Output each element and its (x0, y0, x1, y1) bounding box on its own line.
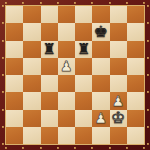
square-e4[interactable] (75, 75, 92, 92)
frame-tack (2, 40, 4, 42)
frame-tack (147, 109, 149, 111)
square-e8[interactable] (75, 6, 92, 23)
black-rook[interactable]: ♜ (77, 41, 90, 56)
square-e1[interactable] (75, 127, 92, 144)
black-rook[interactable]: ♜ (42, 41, 55, 56)
frame-tack (147, 57, 149, 59)
frame-tack (147, 143, 149, 145)
frame-tack (2, 57, 4, 59)
frame-tack (143, 147, 145, 149)
square-d2[interactable] (58, 110, 75, 127)
white-king[interactable]: ♚ (111, 110, 125, 126)
frame-tack (147, 91, 149, 93)
frame-tack (2, 22, 4, 24)
square-g3[interactable]: ♟ (110, 92, 127, 109)
square-h3[interactable] (127, 92, 144, 109)
square-d3[interactable] (58, 92, 75, 109)
square-h1[interactable] (127, 127, 144, 144)
frame-tack (147, 40, 149, 42)
black-king[interactable]: ♚ (94, 23, 108, 39)
frame-tack (109, 2, 111, 4)
frame-tack (74, 2, 76, 4)
frame-tack (57, 2, 59, 4)
square-f6[interactable] (92, 41, 109, 58)
square-c6[interactable]: ♜ (41, 41, 58, 58)
square-h6[interactable] (127, 41, 144, 58)
frame-tack (147, 22, 149, 24)
square-b3[interactable] (23, 92, 40, 109)
frame-tack (109, 147, 111, 149)
frame-tack (147, 74, 149, 76)
white-pawn[interactable]: ♟ (60, 59, 73, 73)
square-c2[interactable] (41, 110, 58, 127)
square-f7[interactable]: ♚ (92, 23, 109, 40)
frame-tack (126, 147, 128, 149)
square-c1[interactable] (41, 127, 58, 144)
frame-tack (22, 147, 24, 149)
square-a4[interactable] (6, 75, 23, 92)
square-g5[interactable] (110, 58, 127, 75)
square-d8[interactable] (58, 6, 75, 23)
frame-tack (74, 147, 76, 149)
square-f4[interactable] (92, 75, 109, 92)
square-d5[interactable]: ♟ (58, 58, 75, 75)
square-f3[interactable] (92, 92, 109, 109)
square-b8[interactable] (23, 6, 40, 23)
square-c4[interactable] (41, 75, 58, 92)
frame-tack (5, 147, 7, 149)
square-d4[interactable] (58, 75, 75, 92)
frame-tack (5, 2, 7, 4)
frame-tack (2, 74, 4, 76)
square-g1[interactable] (110, 127, 127, 144)
square-b7[interactable] (23, 23, 40, 40)
square-c3[interactable] (41, 92, 58, 109)
square-h7[interactable] (127, 23, 144, 40)
square-b5[interactable] (23, 58, 40, 75)
square-c7[interactable] (41, 23, 58, 40)
square-e6[interactable]: ♜ (75, 41, 92, 58)
square-d6[interactable] (58, 41, 75, 58)
square-e2[interactable] (75, 110, 92, 127)
square-a8[interactable] (6, 6, 23, 23)
frame-tack (40, 2, 42, 4)
frame-tack (147, 5, 149, 7)
white-pawn[interactable]: ♟ (112, 93, 125, 107)
square-b4[interactable] (23, 75, 40, 92)
square-g6[interactable] (110, 41, 127, 58)
square-f1[interactable] (92, 127, 109, 144)
frame-tack (91, 147, 93, 149)
white-pawn[interactable]: ♟ (95, 111, 108, 125)
square-b6[interactable] (23, 41, 40, 58)
square-c5[interactable] (41, 58, 58, 75)
square-b2[interactable] (23, 110, 40, 127)
square-a5[interactable] (6, 58, 23, 75)
square-f2[interactable]: ♟ (92, 110, 109, 127)
frame-tack (91, 2, 93, 4)
frame-tack (2, 109, 4, 111)
square-c8[interactable] (41, 6, 58, 23)
square-f8[interactable] (92, 6, 109, 23)
square-a2[interactable] (6, 110, 23, 127)
frame-tack (2, 143, 4, 145)
board-grid: ♚♜♜♟♟♟♚ (5, 5, 145, 145)
square-h4[interactable] (127, 75, 144, 92)
square-e7[interactable] (75, 23, 92, 40)
square-a1[interactable] (6, 127, 23, 144)
square-d1[interactable] (58, 127, 75, 144)
square-h8[interactable] (127, 6, 144, 23)
square-g4[interactable] (110, 75, 127, 92)
frame-tack (57, 147, 59, 149)
square-g2[interactable]: ♚ (110, 110, 127, 127)
square-a6[interactable] (6, 41, 23, 58)
square-e5[interactable] (75, 58, 92, 75)
square-g8[interactable] (110, 6, 127, 23)
square-d7[interactable] (58, 23, 75, 40)
square-h5[interactable] (127, 58, 144, 75)
square-h2[interactable] (127, 110, 144, 127)
chessboard: ♚♜♜♟♟♟♚ (0, 0, 150, 150)
frame-tack (2, 91, 4, 93)
frame-tack (40, 147, 42, 149)
frame-tack (147, 126, 149, 128)
square-f5[interactable] (92, 58, 109, 75)
square-g7[interactable] (110, 23, 127, 40)
square-a7[interactable] (6, 23, 23, 40)
square-b1[interactable] (23, 127, 40, 144)
frame-tack (22, 2, 24, 4)
frame-tack (143, 2, 145, 4)
frame-tack (126, 2, 128, 4)
square-a3[interactable] (6, 92, 23, 109)
frame-tack (2, 126, 4, 128)
frame-tack (2, 5, 4, 7)
square-e3[interactable] (75, 92, 92, 109)
